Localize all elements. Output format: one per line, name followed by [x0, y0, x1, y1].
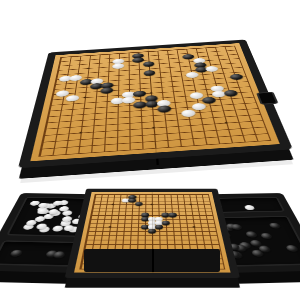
black-tray-stone [285, 245, 299, 252]
black-stone [168, 213, 176, 217]
black-stone [223, 90, 238, 97]
black-stone [155, 225, 163, 230]
white-tray-stone [61, 210, 72, 215]
black-tray-stone [250, 240, 263, 247]
white-stone [66, 95, 80, 102]
white-tray-stone [51, 226, 63, 232]
closed-go-box [18, 39, 293, 168]
black-tray-stone [260, 233, 273, 239]
white-stone [181, 109, 196, 117]
white-stone [112, 63, 124, 69]
base-fold-seam [152, 249, 154, 272]
drawer-pull-notch [256, 92, 279, 105]
white-stone [205, 66, 219, 72]
open-view-scene [0, 178, 300, 300]
open-set-base [84, 249, 220, 272]
white-tray-stone [244, 205, 255, 210]
black-tray-stone [269, 223, 282, 229]
black-stone [135, 202, 143, 206]
goban-top [30, 43, 280, 161]
black-stone [162, 221, 170, 226]
black-stone [202, 96, 217, 103]
black-stone [157, 105, 171, 113]
black-tray-stone [53, 252, 66, 259]
black-stone [229, 74, 243, 81]
white-tray-stone [34, 216, 46, 222]
white-stone [192, 103, 207, 111]
black-tray-stone [9, 250, 23, 257]
white-stone [186, 72, 199, 78]
black-stone [133, 90, 146, 97]
frame-fold-seam [156, 159, 159, 165]
black-stone [133, 57, 145, 63]
closed-view-scene [0, 6, 300, 174]
black-stone [100, 87, 113, 94]
